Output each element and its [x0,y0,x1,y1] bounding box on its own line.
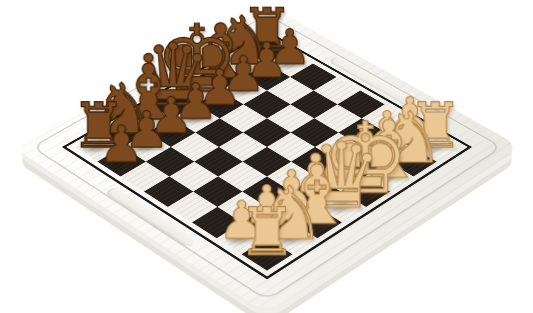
chess-board: ♜♞♝♛♚♝♞♜♟♟♟♟♟♟♟♟♟♟♟♟♟♟♟♟♜♞♝♛♚♝♞♜ [12,4,521,313]
chess-set-photo: ♜♞♝♛♚♝♞♜♟♟♟♟♟♟♟♟♟♟♟♟♟♟♟♟♜♞♝♛♚♝♞♜ [0,0,533,313]
